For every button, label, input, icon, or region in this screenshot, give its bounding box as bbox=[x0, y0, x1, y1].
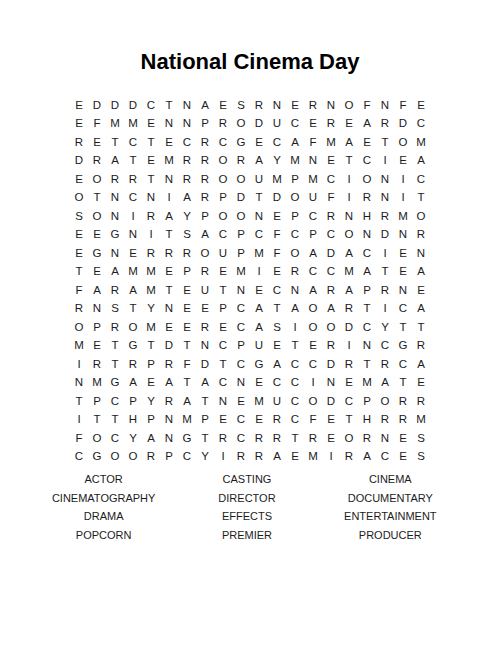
grid-cell[interactable]: T bbox=[88, 411, 106, 430]
grid-cell[interactable]: N bbox=[304, 152, 322, 171]
grid-cell[interactable]: O bbox=[88, 170, 106, 189]
grid-cell[interactable]: E bbox=[70, 226, 88, 245]
grid-cell[interactable]: T bbox=[70, 392, 88, 411]
grid-cell[interactable]: M bbox=[304, 170, 322, 189]
grid-cell[interactable]: R bbox=[376, 411, 394, 430]
grid-cell[interactable]: P bbox=[196, 411, 214, 430]
grid-cell[interactable]: R bbox=[232, 448, 250, 467]
grid-cell[interactable]: G bbox=[232, 133, 250, 152]
grid-cell[interactable]: G bbox=[88, 448, 106, 467]
grid-cell[interactable]: E bbox=[286, 96, 304, 115]
grid-cell[interactable]: N bbox=[376, 170, 394, 189]
grid-cell[interactable]: U bbox=[304, 189, 322, 208]
grid-cell[interactable]: R bbox=[250, 448, 268, 467]
grid-cell[interactable]: C bbox=[394, 300, 412, 319]
grid-cell[interactable]: A bbox=[358, 448, 376, 467]
grid-cell[interactable]: S bbox=[178, 226, 196, 245]
grid-cell[interactable]: R bbox=[106, 281, 124, 300]
grid-cell[interactable]: N bbox=[70, 374, 88, 393]
grid-cell[interactable]: T bbox=[160, 281, 178, 300]
grid-cell[interactable]: A bbox=[304, 281, 322, 300]
grid-cell[interactable]: M bbox=[394, 207, 412, 226]
grid-cell[interactable]: E bbox=[214, 263, 232, 282]
grid-cell[interactable]: R bbox=[160, 392, 178, 411]
grid-cell[interactable]: T bbox=[106, 337, 124, 356]
grid-cell[interactable]: T bbox=[196, 429, 214, 448]
grid-cell[interactable]: C bbox=[124, 133, 142, 152]
grid-cell[interactable]: E bbox=[322, 152, 340, 171]
grid-cell[interactable]: R bbox=[142, 207, 160, 226]
grid-cell[interactable]: C bbox=[304, 355, 322, 374]
grid-cell[interactable]: D bbox=[160, 337, 178, 356]
grid-cell[interactable]: E bbox=[340, 115, 358, 134]
grid-cell[interactable]: C bbox=[268, 374, 286, 393]
grid-cell[interactable]: C bbox=[232, 300, 250, 319]
grid-cell[interactable]: U bbox=[268, 392, 286, 411]
grid-cell[interactable]: T bbox=[196, 392, 214, 411]
grid-cell[interactable]: C bbox=[286, 115, 304, 134]
grid-cell[interactable]: S bbox=[232, 96, 250, 115]
grid-cell[interactable]: T bbox=[268, 300, 286, 319]
grid-cell[interactable]: M bbox=[268, 170, 286, 189]
grid-cell[interactable]: M bbox=[142, 281, 160, 300]
grid-cell[interactable]: O bbox=[340, 429, 358, 448]
grid-cell[interactable]: E bbox=[142, 115, 160, 134]
grid-cell[interactable]: C bbox=[286, 374, 304, 393]
grid-cell[interactable]: P bbox=[196, 115, 214, 134]
grid-cell[interactable]: E bbox=[340, 374, 358, 393]
grid-cell[interactable]: N bbox=[412, 244, 430, 263]
grid-cell[interactable]: E bbox=[268, 337, 286, 356]
grid-cell[interactable]: M bbox=[322, 133, 340, 152]
grid-cell[interactable]: I bbox=[142, 226, 160, 245]
grid-cell[interactable]: F bbox=[70, 429, 88, 448]
grid-cell[interactable]: A bbox=[268, 448, 286, 467]
grid-cell[interactable]: O bbox=[70, 189, 88, 208]
grid-cell[interactable]: P bbox=[88, 318, 106, 337]
grid-cell[interactable]: Y bbox=[268, 152, 286, 171]
grid-cell[interactable]: T bbox=[106, 133, 124, 152]
grid-cell[interactable]: A bbox=[340, 281, 358, 300]
grid-cell[interactable]: D bbox=[340, 318, 358, 337]
grid-cell[interactable]: A bbox=[286, 300, 304, 319]
grid-cell[interactable]: C bbox=[304, 263, 322, 282]
grid-cell[interactable]: R bbox=[142, 448, 160, 467]
grid-cell[interactable]: C bbox=[322, 170, 340, 189]
grid-cell[interactable]: N bbox=[250, 207, 268, 226]
grid-cell[interactable]: T bbox=[70, 263, 88, 282]
grid-cell[interactable]: E bbox=[322, 429, 340, 448]
grid-cell[interactable]: N bbox=[358, 226, 376, 245]
grid-cell[interactable]: N bbox=[196, 337, 214, 356]
grid-cell[interactable]: P bbox=[214, 300, 232, 319]
grid-cell[interactable]: R bbox=[322, 207, 340, 226]
grid-cell[interactable]: I bbox=[322, 448, 340, 467]
grid-cell[interactable]: N bbox=[142, 189, 160, 208]
grid-cell[interactable]: R bbox=[178, 170, 196, 189]
grid-cell[interactable]: M bbox=[250, 392, 268, 411]
grid-cell[interactable]: N bbox=[268, 96, 286, 115]
grid-cell[interactable]: I bbox=[394, 189, 412, 208]
grid-cell[interactable]: A bbox=[196, 96, 214, 115]
grid-cell[interactable]: E bbox=[250, 411, 268, 430]
grid-cell[interactable]: A bbox=[106, 152, 124, 171]
grid-cell[interactable]: C bbox=[322, 226, 340, 245]
grid-cell[interactable]: T bbox=[214, 355, 232, 374]
grid-cell[interactable]: C bbox=[106, 429, 124, 448]
grid-cell[interactable]: T bbox=[340, 411, 358, 430]
grid-cell[interactable]: I bbox=[70, 355, 88, 374]
grid-cell[interactable]: P bbox=[196, 207, 214, 226]
grid-cell[interactable]: F bbox=[304, 411, 322, 430]
grid-cell[interactable]: E bbox=[124, 244, 142, 263]
grid-cell[interactable]: R bbox=[394, 411, 412, 430]
grid-cell[interactable]: E bbox=[178, 281, 196, 300]
grid-cell[interactable]: P bbox=[124, 392, 142, 411]
grid-cell[interactable]: E bbox=[70, 115, 88, 134]
grid-cell[interactable]: T bbox=[88, 189, 106, 208]
grid-cell[interactable]: T bbox=[250, 189, 268, 208]
grid-cell[interactable]: N bbox=[322, 96, 340, 115]
grid-cell[interactable]: M bbox=[142, 263, 160, 282]
grid-cell[interactable]: R bbox=[412, 226, 430, 245]
grid-cell[interactable]: O bbox=[106, 448, 124, 467]
grid-cell[interactable]: N bbox=[106, 189, 124, 208]
grid-cell[interactable]: E bbox=[412, 374, 430, 393]
grid-cell[interactable]: Y bbox=[196, 448, 214, 467]
grid-cell[interactable]: O bbox=[322, 318, 340, 337]
grid-cell[interactable]: A bbox=[160, 374, 178, 393]
grid-cell[interactable]: I bbox=[376, 300, 394, 319]
grid-cell[interactable]: R bbox=[376, 207, 394, 226]
grid-cell[interactable]: A bbox=[322, 300, 340, 319]
grid-cell[interactable]: E bbox=[322, 411, 340, 430]
grid-cell[interactable]: S bbox=[268, 318, 286, 337]
grid-cell[interactable]: E bbox=[394, 152, 412, 171]
grid-cell[interactable]: R bbox=[160, 355, 178, 374]
grid-cell[interactable]: A bbox=[376, 374, 394, 393]
grid-cell[interactable]: E bbox=[88, 133, 106, 152]
grid-cell[interactable]: O bbox=[340, 226, 358, 245]
grid-cell[interactable]: A bbox=[340, 133, 358, 152]
grid-cell[interactable]: E bbox=[214, 96, 232, 115]
grid-cell[interactable]: G bbox=[250, 355, 268, 374]
grid-cell[interactable]: R bbox=[160, 244, 178, 263]
grid-cell[interactable]: O bbox=[214, 170, 232, 189]
grid-cell[interactable]: C bbox=[286, 226, 304, 245]
grid-cell[interactable]: F bbox=[268, 244, 286, 263]
grid-cell[interactable]: C bbox=[394, 355, 412, 374]
grid-cell[interactable]: N bbox=[160, 411, 178, 430]
grid-cell[interactable]: S bbox=[106, 300, 124, 319]
grid-cell[interactable]: O bbox=[286, 244, 304, 263]
grid-cell[interactable]: N bbox=[178, 115, 196, 134]
grid-cell[interactable]: A bbox=[358, 115, 376, 134]
grid-cell[interactable]: M bbox=[124, 263, 142, 282]
grid-cell[interactable]: E bbox=[286, 448, 304, 467]
grid-cell[interactable]: U bbox=[268, 115, 286, 134]
grid-cell[interactable]: C bbox=[70, 448, 88, 467]
grid-cell[interactable]: A bbox=[412, 300, 430, 319]
grid-cell[interactable]: Y bbox=[376, 318, 394, 337]
grid-cell[interactable]: G bbox=[88, 244, 106, 263]
grid-cell[interactable]: E bbox=[358, 133, 376, 152]
grid-cell[interactable]: I bbox=[250, 263, 268, 282]
grid-cell[interactable]: E bbox=[214, 411, 232, 430]
grid-cell[interactable]: O bbox=[358, 170, 376, 189]
grid-cell[interactable]: R bbox=[322, 281, 340, 300]
grid-cell[interactable]: E bbox=[394, 263, 412, 282]
grid-cell[interactable]: H bbox=[358, 207, 376, 226]
grid-cell[interactable]: D bbox=[196, 355, 214, 374]
grid-cell[interactable]: P bbox=[232, 244, 250, 263]
grid-cell[interactable]: T bbox=[376, 133, 394, 152]
grid-cell[interactable]: M bbox=[106, 115, 124, 134]
grid-cell[interactable]: A bbox=[412, 355, 430, 374]
grid-cell[interactable]: T bbox=[160, 96, 178, 115]
grid-cell[interactable]: O bbox=[340, 96, 358, 115]
grid-cell[interactable]: D bbox=[322, 244, 340, 263]
grid-cell[interactable]: R bbox=[196, 318, 214, 337]
grid-cell[interactable]: O bbox=[214, 152, 232, 171]
grid-cell[interactable]: G bbox=[106, 226, 124, 245]
grid-cell[interactable]: T bbox=[124, 152, 142, 171]
grid-cell[interactable]: S bbox=[412, 448, 430, 467]
grid-cell[interactable]: M bbox=[286, 152, 304, 171]
grid-cell[interactable]: C bbox=[358, 244, 376, 263]
grid-cell[interactable]: N bbox=[376, 189, 394, 208]
grid-cell[interactable]: C bbox=[376, 448, 394, 467]
grid-cell[interactable]: M bbox=[124, 115, 142, 134]
grid-cell[interactable]: E bbox=[196, 300, 214, 319]
grid-cell[interactable]: P bbox=[88, 392, 106, 411]
grid-cell[interactable]: M bbox=[232, 263, 250, 282]
grid-cell[interactable]: T bbox=[376, 263, 394, 282]
grid-cell[interactable]: C bbox=[412, 115, 430, 134]
grid-cell[interactable]: R bbox=[358, 189, 376, 208]
grid-cell[interactable]: R bbox=[340, 355, 358, 374]
grid-cell[interactable]: R bbox=[196, 133, 214, 152]
grid-cell[interactable]: N bbox=[214, 392, 232, 411]
grid-cell[interactable]: E bbox=[214, 318, 232, 337]
grid-cell[interactable]: I bbox=[124, 207, 142, 226]
grid-cell[interactable]: N bbox=[124, 226, 142, 245]
grid-cell[interactable]: A bbox=[178, 392, 196, 411]
grid-cell[interactable]: U bbox=[214, 244, 232, 263]
grid-cell[interactable]: M bbox=[160, 152, 178, 171]
grid-cell[interactable]: D bbox=[106, 96, 124, 115]
grid-cell[interactable]: I bbox=[340, 337, 358, 356]
grid-cell[interactable]: O bbox=[88, 429, 106, 448]
grid-cell[interactable]: O bbox=[376, 392, 394, 411]
grid-cell[interactable]: R bbox=[250, 96, 268, 115]
grid-cell[interactable]: P bbox=[358, 281, 376, 300]
grid-cell[interactable]: R bbox=[196, 152, 214, 171]
grid-cell[interactable]: C bbox=[178, 133, 196, 152]
grid-cell[interactable]: R bbox=[178, 244, 196, 263]
grid-cell[interactable]: I bbox=[340, 189, 358, 208]
grid-cell[interactable]: E bbox=[88, 226, 106, 245]
grid-cell[interactable]: E bbox=[268, 263, 286, 282]
grid-cell[interactable]: A bbox=[412, 152, 430, 171]
grid-cell[interactable]: I bbox=[214, 448, 232, 467]
grid-cell[interactable]: A bbox=[160, 207, 178, 226]
grid-cell[interactable]: U bbox=[196, 281, 214, 300]
grid-cell[interactable]: U bbox=[250, 337, 268, 356]
grid-cell[interactable]: A bbox=[250, 152, 268, 171]
grid-cell[interactable]: T bbox=[340, 152, 358, 171]
grid-cell[interactable]: E bbox=[394, 448, 412, 467]
grid-cell[interactable]: I bbox=[340, 170, 358, 189]
grid-cell[interactable]: A bbox=[196, 226, 214, 245]
grid-cell[interactable]: M bbox=[358, 374, 376, 393]
grid-cell[interactable]: N bbox=[340, 207, 358, 226]
grid-cell[interactable]: M bbox=[412, 411, 430, 430]
grid-cell[interactable]: R bbox=[214, 429, 232, 448]
grid-cell[interactable]: C bbox=[268, 281, 286, 300]
grid-cell[interactable]: T bbox=[106, 355, 124, 374]
grid-cell[interactable]: P bbox=[286, 170, 304, 189]
grid-cell[interactable]: E bbox=[70, 170, 88, 189]
grid-cell[interactable]: T bbox=[286, 429, 304, 448]
grid-cell[interactable]: C bbox=[232, 355, 250, 374]
grid-cell[interactable]: R bbox=[376, 281, 394, 300]
grid-cell[interactable]: P bbox=[178, 263, 196, 282]
grid-cell[interactable]: G bbox=[106, 374, 124, 393]
grid-cell[interactable]: T bbox=[124, 300, 142, 319]
grid-cell[interactable]: G bbox=[124, 337, 142, 356]
grid-cell[interactable]: E bbox=[394, 429, 412, 448]
grid-cell[interactable]: R bbox=[304, 96, 322, 115]
grid-cell[interactable]: C bbox=[178, 448, 196, 467]
grid-cell[interactable]: N bbox=[232, 281, 250, 300]
grid-cell[interactable]: R bbox=[178, 152, 196, 171]
grid-cell[interactable]: F bbox=[322, 189, 340, 208]
grid-cell[interactable]: T bbox=[178, 374, 196, 393]
grid-cell[interactable]: C bbox=[214, 133, 232, 152]
grid-cell[interactable]: D bbox=[322, 392, 340, 411]
grid-cell[interactable]: C bbox=[358, 318, 376, 337]
grid-cell[interactable]: E bbox=[160, 133, 178, 152]
grid-cell[interactable]: N bbox=[160, 170, 178, 189]
grid-cell[interactable]: A bbox=[412, 263, 430, 282]
grid-cell[interactable]: C bbox=[286, 411, 304, 430]
grid-cell[interactable]: Y bbox=[142, 392, 160, 411]
grid-cell[interactable]: U bbox=[250, 170, 268, 189]
grid-cell[interactable]: C bbox=[322, 263, 340, 282]
grid-cell[interactable]: F bbox=[394, 96, 412, 115]
grid-cell[interactable]: O bbox=[88, 207, 106, 226]
grid-cell[interactable]: E bbox=[70, 244, 88, 263]
grid-cell[interactable]: N bbox=[394, 281, 412, 300]
grid-cell[interactable]: O bbox=[232, 170, 250, 189]
grid-cell[interactable]: O bbox=[214, 207, 232, 226]
grid-cell[interactable]: A bbox=[250, 300, 268, 319]
grid-cell[interactable]: E bbox=[178, 300, 196, 319]
grid-cell[interactable]: N bbox=[376, 96, 394, 115]
grid-cell[interactable]: C bbox=[340, 392, 358, 411]
grid-cell[interactable]: E bbox=[160, 318, 178, 337]
grid-cell[interactable]: R bbox=[268, 429, 286, 448]
grid-cell[interactable]: N bbox=[322, 374, 340, 393]
grid-cell[interactable]: C bbox=[214, 374, 232, 393]
grid-cell[interactable]: D bbox=[376, 226, 394, 245]
grid-cell[interactable]: H bbox=[358, 411, 376, 430]
grid-cell[interactable]: E bbox=[304, 337, 322, 356]
grid-cell[interactable]: R bbox=[268, 411, 286, 430]
grid-cell[interactable]: E bbox=[412, 281, 430, 300]
grid-cell[interactable]: T bbox=[142, 337, 160, 356]
grid-cell[interactable]: E bbox=[394, 244, 412, 263]
grid-cell[interactable]: P bbox=[142, 355, 160, 374]
grid-cell[interactable]: I bbox=[304, 374, 322, 393]
grid-cell[interactable]: O bbox=[304, 392, 322, 411]
grid-cell[interactable]: E bbox=[88, 263, 106, 282]
grid-cell[interactable]: E bbox=[232, 392, 250, 411]
grid-cell[interactable]: C bbox=[232, 411, 250, 430]
grid-cell[interactable]: R bbox=[250, 429, 268, 448]
grid-cell[interactable]: E bbox=[178, 318, 196, 337]
grid-cell[interactable]: E bbox=[142, 152, 160, 171]
grid-cell[interactable]: A bbox=[340, 244, 358, 263]
grid-cell[interactable]: R bbox=[286, 263, 304, 282]
grid-cell[interactable]: P bbox=[160, 448, 178, 467]
grid-cell[interactable]: I bbox=[70, 411, 88, 430]
grid-cell[interactable]: C bbox=[358, 152, 376, 171]
grid-cell[interactable]: T bbox=[394, 374, 412, 393]
grid-cell[interactable]: C bbox=[214, 337, 232, 356]
grid-cell[interactable]: P bbox=[232, 226, 250, 245]
grid-cell[interactable]: T bbox=[358, 300, 376, 319]
grid-cell[interactable]: C bbox=[250, 226, 268, 245]
grid-cell[interactable]: C bbox=[142, 96, 160, 115]
grid-cell[interactable]: N bbox=[88, 300, 106, 319]
grid-cell[interactable]: I bbox=[286, 318, 304, 337]
grid-cell[interactable]: R bbox=[358, 429, 376, 448]
grid-cell[interactable]: I bbox=[376, 244, 394, 263]
grid-cell[interactable]: M bbox=[412, 133, 430, 152]
grid-cell[interactable]: R bbox=[340, 448, 358, 467]
grid-cell[interactable]: T bbox=[286, 337, 304, 356]
grid-cell[interactable]: N bbox=[394, 226, 412, 245]
grid-cell[interactable]: P bbox=[286, 207, 304, 226]
grid-cell[interactable]: A bbox=[196, 374, 214, 393]
grid-cell[interactable]: O bbox=[124, 318, 142, 337]
grid-cell[interactable]: C bbox=[268, 133, 286, 152]
grid-cell[interactable]: T bbox=[214, 281, 232, 300]
grid-cell[interactable]: I bbox=[160, 189, 178, 208]
grid-cell[interactable]: O bbox=[412, 207, 430, 226]
grid-cell[interactable]: R bbox=[304, 429, 322, 448]
grid-cell[interactable]: D bbox=[394, 115, 412, 134]
grid-cell[interactable]: E bbox=[142, 374, 160, 393]
grid-cell[interactable]: M bbox=[178, 411, 196, 430]
grid-cell[interactable]: C bbox=[286, 392, 304, 411]
grid-cell[interactable]: C bbox=[304, 207, 322, 226]
grid-cell[interactable]: F bbox=[88, 115, 106, 134]
grid-cell[interactable]: T bbox=[394, 318, 412, 337]
grid-cell[interactable]: N bbox=[106, 244, 124, 263]
grid-cell[interactable]: R bbox=[376, 115, 394, 134]
grid-cell[interactable]: O bbox=[124, 448, 142, 467]
grid-cell[interactable]: P bbox=[358, 392, 376, 411]
grid-cell[interactable]: C bbox=[412, 170, 430, 189]
grid-cell[interactable]: A bbox=[88, 281, 106, 300]
grid-cell[interactable]: P bbox=[232, 337, 250, 356]
grid-cell[interactable]: N bbox=[160, 115, 178, 134]
grid-cell[interactable]: N bbox=[178, 96, 196, 115]
grid-cell[interactable]: F bbox=[304, 133, 322, 152]
